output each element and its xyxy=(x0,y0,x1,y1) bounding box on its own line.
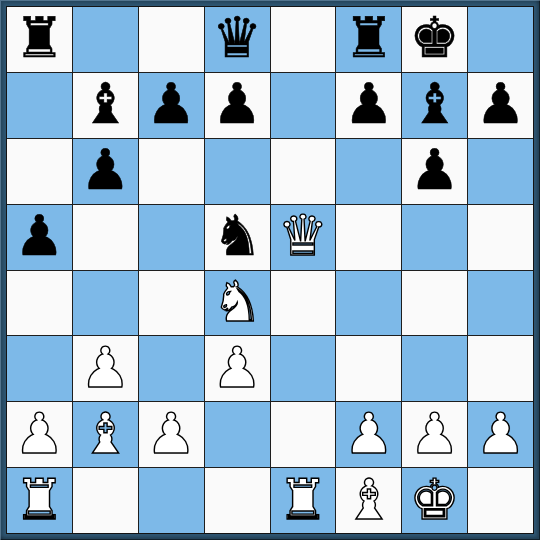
square-h1[interactable] xyxy=(468,468,533,533)
square-g5[interactable] xyxy=(402,205,467,270)
square-d8[interactable]: ♛ xyxy=(205,7,270,72)
square-b2[interactable]: ♝ xyxy=(73,402,138,467)
square-h7[interactable]: ♟ xyxy=(468,73,533,138)
square-g8[interactable]: ♚ xyxy=(402,7,467,72)
piece-black-pawn: ♟ xyxy=(410,142,460,198)
square-a6[interactable] xyxy=(7,139,72,204)
piece-black-pawn: ♟ xyxy=(344,76,394,132)
square-a7[interactable] xyxy=(7,73,72,138)
piece-black-bishop: ♝ xyxy=(410,76,460,132)
square-d5[interactable]: ♞ xyxy=(205,205,270,270)
square-b7[interactable]: ♝ xyxy=(73,73,138,138)
square-f6[interactable] xyxy=(336,139,401,204)
square-e3[interactable] xyxy=(271,336,336,401)
square-b5[interactable] xyxy=(73,205,138,270)
square-d4[interactable]: ♞ xyxy=(205,271,270,336)
board-frame: ♜♛♜♚♝♟♟♟♝♟♟♟♟♞♛♞♟♟♟♝♟♟♟♟♜♜♝♚ xyxy=(0,0,540,540)
square-h5[interactable] xyxy=(468,205,533,270)
piece-white-knight: ♞ xyxy=(212,274,262,330)
square-f8[interactable]: ♜ xyxy=(336,7,401,72)
square-e8[interactable] xyxy=(271,7,336,72)
square-b6[interactable]: ♟ xyxy=(73,139,138,204)
piece-black-king: ♚ xyxy=(410,10,460,66)
square-g6[interactable]: ♟ xyxy=(402,139,467,204)
piece-black-pawn: ♟ xyxy=(80,142,130,198)
square-a5[interactable]: ♟ xyxy=(7,205,72,270)
square-d7[interactable]: ♟ xyxy=(205,73,270,138)
piece-white-rook: ♜ xyxy=(14,472,64,528)
piece-black-rook: ♜ xyxy=(14,10,64,66)
piece-white-pawn: ♟ xyxy=(344,406,394,462)
piece-black-pawn: ♟ xyxy=(475,76,525,132)
square-c2[interactable]: ♟ xyxy=(139,402,204,467)
square-h6[interactable] xyxy=(468,139,533,204)
square-d2[interactable] xyxy=(205,402,270,467)
piece-black-queen: ♛ xyxy=(212,10,262,66)
square-c7[interactable]: ♟ xyxy=(139,73,204,138)
square-f1[interactable]: ♝ xyxy=(336,468,401,533)
square-h2[interactable]: ♟ xyxy=(468,402,533,467)
square-g7[interactable]: ♝ xyxy=(402,73,467,138)
square-g4[interactable] xyxy=(402,271,467,336)
square-a1[interactable]: ♜ xyxy=(7,468,72,533)
piece-black-rook: ♜ xyxy=(344,10,394,66)
square-c4[interactable] xyxy=(139,271,204,336)
piece-white-pawn: ♟ xyxy=(80,340,130,396)
square-c1[interactable] xyxy=(139,468,204,533)
square-c5[interactable] xyxy=(139,205,204,270)
square-d1[interactable] xyxy=(205,468,270,533)
piece-black-pawn: ♟ xyxy=(212,76,262,132)
square-f7[interactable]: ♟ xyxy=(336,73,401,138)
square-h4[interactable] xyxy=(468,271,533,336)
square-h3[interactable] xyxy=(468,336,533,401)
square-g2[interactable]: ♟ xyxy=(402,402,467,467)
square-f2[interactable]: ♟ xyxy=(336,402,401,467)
square-e5[interactable]: ♛ xyxy=(271,205,336,270)
square-b3[interactable]: ♟ xyxy=(73,336,138,401)
square-d6[interactable] xyxy=(205,139,270,204)
piece-white-pawn: ♟ xyxy=(146,406,196,462)
piece-white-pawn: ♟ xyxy=(212,340,262,396)
piece-white-bishop: ♝ xyxy=(80,406,130,462)
square-h8[interactable] xyxy=(468,7,533,72)
square-e2[interactable] xyxy=(271,402,336,467)
square-f3[interactable] xyxy=(336,336,401,401)
piece-white-rook: ♜ xyxy=(278,472,328,528)
square-b8[interactable] xyxy=(73,7,138,72)
square-g3[interactable] xyxy=(402,336,467,401)
square-c3[interactable] xyxy=(139,336,204,401)
square-g1[interactable]: ♚ xyxy=(402,468,467,533)
square-e6[interactable] xyxy=(271,139,336,204)
square-e7[interactable] xyxy=(271,73,336,138)
square-c8[interactable] xyxy=(139,7,204,72)
square-a3[interactable] xyxy=(7,336,72,401)
square-d3[interactable]: ♟ xyxy=(205,336,270,401)
piece-white-bishop: ♝ xyxy=(344,472,394,528)
square-e4[interactable] xyxy=(271,271,336,336)
piece-black-knight: ♞ xyxy=(212,208,262,264)
piece-black-pawn: ♟ xyxy=(14,208,64,264)
square-a2[interactable]: ♟ xyxy=(7,402,72,467)
square-c6[interactable] xyxy=(139,139,204,204)
square-f5[interactable] xyxy=(336,205,401,270)
chess-board: ♜♛♜♚♝♟♟♟♝♟♟♟♟♞♛♞♟♟♟♝♟♟♟♟♜♜♝♚ xyxy=(6,6,534,534)
piece-white-queen: ♛ xyxy=(278,208,328,264)
square-b1[interactable] xyxy=(73,468,138,533)
square-f4[interactable] xyxy=(336,271,401,336)
piece-black-pawn: ♟ xyxy=(146,76,196,132)
piece-black-bishop: ♝ xyxy=(80,76,130,132)
piece-white-pawn: ♟ xyxy=(475,406,525,462)
piece-white-pawn: ♟ xyxy=(410,406,460,462)
piece-white-king: ♚ xyxy=(410,472,460,528)
square-b4[interactable] xyxy=(73,271,138,336)
piece-white-pawn: ♟ xyxy=(14,406,64,462)
square-e1[interactable]: ♜ xyxy=(271,468,336,533)
square-a4[interactable] xyxy=(7,271,72,336)
square-a8[interactable]: ♜ xyxy=(7,7,72,72)
